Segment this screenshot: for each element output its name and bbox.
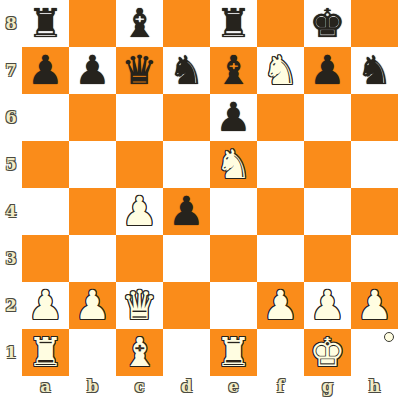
chess-board[interactable]: ♜♝♜♚♟♟♛♞♝♞♟♞♟♞♟♟♟♟♛♟♟♟♜♝♜♚ bbox=[22, 0, 398, 376]
square-a8[interactable]: ♜ bbox=[22, 0, 69, 47]
file-label-e: e bbox=[210, 376, 257, 400]
square-b7[interactable]: ♟ bbox=[69, 47, 116, 94]
square-c6[interactable] bbox=[116, 94, 163, 141]
white-pawn[interactable]: ♟ bbox=[357, 282, 393, 329]
file-label-h: h bbox=[351, 376, 398, 400]
square-f1[interactable] bbox=[257, 329, 304, 376]
black-rook[interactable]: ♜ bbox=[28, 0, 64, 47]
square-c4[interactable]: ♟ bbox=[116, 188, 163, 235]
rank-labels: 87654321 bbox=[0, 0, 22, 376]
square-e1[interactable]: ♜ bbox=[210, 329, 257, 376]
square-d7[interactable]: ♞ bbox=[163, 47, 210, 94]
square-d4[interactable]: ♟ bbox=[163, 188, 210, 235]
square-h6[interactable] bbox=[351, 94, 398, 141]
square-f3[interactable] bbox=[257, 235, 304, 282]
square-b4[interactable] bbox=[69, 188, 116, 235]
square-b8[interactable] bbox=[69, 0, 116, 47]
white-to-move-indicator bbox=[384, 332, 394, 342]
white-bishop[interactable]: ♝ bbox=[122, 329, 158, 376]
white-rook[interactable]: ♜ bbox=[28, 329, 64, 376]
rank-label-8: 8 bbox=[0, 0, 22, 47]
square-b5[interactable] bbox=[69, 141, 116, 188]
file-label-a: a bbox=[22, 376, 69, 400]
black-pawn[interactable]: ♟ bbox=[169, 188, 205, 235]
square-a4[interactable] bbox=[22, 188, 69, 235]
square-f6[interactable] bbox=[257, 94, 304, 141]
chess-diagram: 87654321 ♜♝♜♚♟♟♛♞♝♞♟♞♟♞♟♟♟♟♛♟♟♟♜♝♜♚ abcd… bbox=[0, 0, 400, 400]
square-f2[interactable]: ♟ bbox=[257, 282, 304, 329]
black-pawn[interactable]: ♟ bbox=[216, 94, 252, 141]
square-g6[interactable] bbox=[304, 94, 351, 141]
rank-label-3: 3 bbox=[0, 235, 22, 282]
square-g3[interactable] bbox=[304, 235, 351, 282]
black-knight[interactable]: ♞ bbox=[169, 47, 205, 94]
file-label-g: g bbox=[304, 376, 351, 400]
rank-label-7: 7 bbox=[0, 47, 22, 94]
square-g7[interactable]: ♟ bbox=[304, 47, 351, 94]
square-c3[interactable] bbox=[116, 235, 163, 282]
square-d8[interactable] bbox=[163, 0, 210, 47]
white-queen[interactable]: ♛ bbox=[122, 282, 158, 329]
white-pawn[interactable]: ♟ bbox=[122, 188, 158, 235]
square-b1[interactable] bbox=[69, 329, 116, 376]
rank-label-2: 2 bbox=[0, 282, 22, 329]
square-d6[interactable] bbox=[163, 94, 210, 141]
black-rook[interactable]: ♜ bbox=[216, 0, 252, 47]
square-h3[interactable] bbox=[351, 235, 398, 282]
white-pawn[interactable]: ♟ bbox=[310, 282, 346, 329]
square-a7[interactable]: ♟ bbox=[22, 47, 69, 94]
file-labels: abcdefgh bbox=[22, 376, 398, 400]
square-f4[interactable] bbox=[257, 188, 304, 235]
square-e8[interactable]: ♜ bbox=[210, 0, 257, 47]
square-a6[interactable] bbox=[22, 94, 69, 141]
white-king[interactable]: ♚ bbox=[310, 329, 346, 376]
square-d2[interactable] bbox=[163, 282, 210, 329]
black-bishop[interactable]: ♝ bbox=[122, 0, 158, 47]
square-g1[interactable]: ♚ bbox=[304, 329, 351, 376]
square-g4[interactable] bbox=[304, 188, 351, 235]
square-a1[interactable]: ♜ bbox=[22, 329, 69, 376]
square-c8[interactable]: ♝ bbox=[116, 0, 163, 47]
black-knight[interactable]: ♞ bbox=[357, 47, 393, 94]
square-c7[interactable]: ♛ bbox=[116, 47, 163, 94]
square-e3[interactable] bbox=[210, 235, 257, 282]
black-pawn[interactable]: ♟ bbox=[28, 47, 64, 94]
square-d5[interactable] bbox=[163, 141, 210, 188]
white-pawn[interactable]: ♟ bbox=[75, 282, 111, 329]
square-f8[interactable] bbox=[257, 0, 304, 47]
square-d3[interactable] bbox=[163, 235, 210, 282]
square-e4[interactable] bbox=[210, 188, 257, 235]
square-e5[interactable]: ♞ bbox=[210, 141, 257, 188]
square-h5[interactable] bbox=[351, 141, 398, 188]
square-h8[interactable] bbox=[351, 0, 398, 47]
file-label-b: b bbox=[69, 376, 116, 400]
file-label-c: c bbox=[116, 376, 163, 400]
black-pawn[interactable]: ♟ bbox=[310, 47, 346, 94]
square-e7[interactable]: ♝ bbox=[210, 47, 257, 94]
square-b3[interactable] bbox=[69, 235, 116, 282]
square-e2[interactable] bbox=[210, 282, 257, 329]
square-g5[interactable] bbox=[304, 141, 351, 188]
square-e6[interactable]: ♟ bbox=[210, 94, 257, 141]
white-knight[interactable]: ♞ bbox=[216, 141, 252, 188]
square-a3[interactable] bbox=[22, 235, 69, 282]
white-pawn[interactable]: ♟ bbox=[263, 282, 299, 329]
square-a2[interactable]: ♟ bbox=[22, 282, 69, 329]
square-c1[interactable]: ♝ bbox=[116, 329, 163, 376]
square-h2[interactable]: ♟ bbox=[351, 282, 398, 329]
square-g8[interactable]: ♚ bbox=[304, 0, 351, 47]
file-label-f: f bbox=[257, 376, 304, 400]
square-h4[interactable] bbox=[351, 188, 398, 235]
square-b2[interactable]: ♟ bbox=[69, 282, 116, 329]
square-c5[interactable] bbox=[116, 141, 163, 188]
file-label-d: d bbox=[163, 376, 210, 400]
square-c2[interactable]: ♛ bbox=[116, 282, 163, 329]
black-bishop[interactable]: ♝ bbox=[216, 47, 252, 94]
square-h7[interactable]: ♞ bbox=[351, 47, 398, 94]
square-f5[interactable] bbox=[257, 141, 304, 188]
square-d1[interactable] bbox=[163, 329, 210, 376]
square-f7[interactable]: ♞ bbox=[257, 47, 304, 94]
white-pawn[interactable]: ♟ bbox=[28, 282, 64, 329]
white-rook[interactable]: ♜ bbox=[216, 329, 252, 376]
rank-label-5: 5 bbox=[0, 141, 22, 188]
white-knight[interactable]: ♞ bbox=[263, 47, 299, 94]
square-a5[interactable] bbox=[22, 141, 69, 188]
black-queen[interactable]: ♛ bbox=[122, 47, 158, 94]
black-pawn[interactable]: ♟ bbox=[75, 47, 111, 94]
black-king[interactable]: ♚ bbox=[310, 0, 346, 47]
rank-label-1: 1 bbox=[0, 329, 22, 376]
square-b6[interactable] bbox=[69, 94, 116, 141]
rank-label-4: 4 bbox=[0, 188, 22, 235]
rank-label-6: 6 bbox=[0, 94, 22, 141]
square-g2[interactable]: ♟ bbox=[304, 282, 351, 329]
